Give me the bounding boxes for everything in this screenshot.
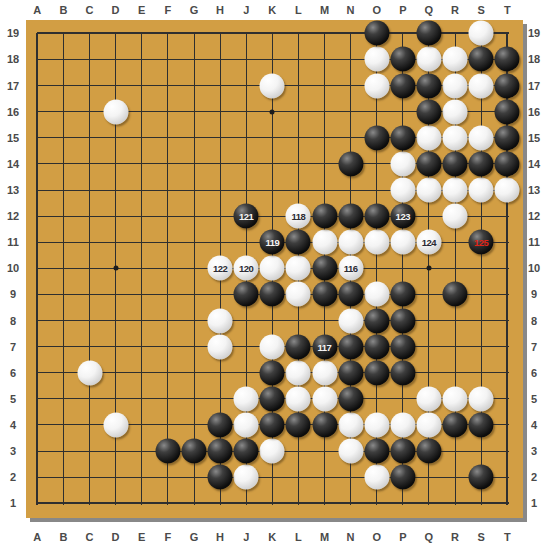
column-label: G xyxy=(190,532,199,543)
grid-line-vertical xyxy=(63,33,64,505)
column-label: B xyxy=(59,532,67,543)
row-label: 5 xyxy=(531,393,537,404)
grid-line-horizontal xyxy=(37,502,509,504)
white-stone-O2[interactable] xyxy=(364,465,389,490)
white-stone-S19[interactable] xyxy=(469,21,494,46)
black-stone-M7[interactable]: 117 xyxy=(312,334,337,359)
white-stone-J5[interactable] xyxy=(234,386,259,411)
column-label: Q xyxy=(425,532,434,543)
move-number: 120 xyxy=(239,263,253,274)
row-label: 3 xyxy=(531,446,537,457)
white-stone-K3[interactable] xyxy=(260,439,285,464)
column-label: K xyxy=(268,5,276,16)
move-number: 123 xyxy=(396,211,410,222)
white-stone-D4[interactable] xyxy=(103,412,128,437)
white-stone-Q4[interactable] xyxy=(416,412,441,437)
black-stone-T16[interactable] xyxy=(495,99,520,124)
row-label: 13 xyxy=(7,185,19,196)
column-label: M xyxy=(320,5,329,16)
black-stone-M10[interactable] xyxy=(312,256,337,281)
grid-line-vertical xyxy=(36,33,38,505)
column-label: E xyxy=(138,5,145,16)
row-label: 4 xyxy=(531,419,537,430)
white-stone-D16[interactable] xyxy=(103,99,128,124)
black-stone-Q3[interactable] xyxy=(416,439,441,464)
move-number: 122 xyxy=(213,263,227,274)
black-stone-H2[interactable] xyxy=(208,465,233,490)
column-label: J xyxy=(243,532,249,543)
black-stone-M9[interactable] xyxy=(312,282,337,307)
white-stone-M11[interactable] xyxy=(312,230,337,255)
column-label: H xyxy=(216,532,224,543)
column-label: C xyxy=(86,532,94,543)
black-stone-O8[interactable] xyxy=(364,308,389,333)
white-stone-R16[interactable] xyxy=(443,99,468,124)
white-stone-J4[interactable] xyxy=(234,412,259,437)
row-label: 13 xyxy=(528,185,540,196)
grid-line-vertical xyxy=(167,33,168,505)
black-stone-M12[interactable] xyxy=(312,204,337,229)
white-stone-R15[interactable] xyxy=(443,125,468,150)
column-label: R xyxy=(451,532,459,543)
row-label: 17 xyxy=(528,80,540,91)
column-label: L xyxy=(295,532,302,543)
white-stone-R12[interactable] xyxy=(443,204,468,229)
grid-line-horizontal xyxy=(37,216,509,217)
white-stone-Q5[interactable] xyxy=(416,386,441,411)
black-stone-P12[interactable]: 123 xyxy=(390,204,415,229)
black-stone-N6[interactable] xyxy=(338,360,363,385)
black-stone-N14[interactable] xyxy=(338,151,363,176)
black-stone-J3[interactable] xyxy=(234,439,259,464)
row-label: 2 xyxy=(531,472,537,483)
white-stone-M6[interactable] xyxy=(312,360,337,385)
black-stone-L4[interactable] xyxy=(286,412,311,437)
black-stone-K5[interactable] xyxy=(260,386,285,411)
black-stone-H4[interactable] xyxy=(208,412,233,437)
white-stone-R17[interactable] xyxy=(443,73,468,98)
row-label: 6 xyxy=(10,367,16,378)
row-label: 18 xyxy=(7,54,19,65)
row-label: 18 xyxy=(528,54,540,65)
column-label: F xyxy=(165,532,172,543)
white-stone-O17[interactable] xyxy=(364,73,389,98)
column-label: E xyxy=(138,532,145,543)
white-stone-L12[interactable]: 118 xyxy=(286,204,311,229)
column-label: A xyxy=(33,5,41,16)
column-label: P xyxy=(399,532,406,543)
row-label: 8 xyxy=(10,315,16,326)
black-stone-P2[interactable] xyxy=(390,465,415,490)
black-stone-T17[interactable] xyxy=(495,73,520,98)
white-stone-H10[interactable]: 122 xyxy=(208,256,233,281)
black-stone-O7[interactable] xyxy=(364,334,389,359)
white-stone-Q15[interactable] xyxy=(416,125,441,150)
row-label: 12 xyxy=(7,211,19,222)
black-stone-P6[interactable] xyxy=(390,360,415,385)
row-label: 11 xyxy=(7,237,19,248)
column-label: D xyxy=(112,5,120,16)
row-label: 3 xyxy=(10,446,16,457)
column-label: D xyxy=(112,532,120,543)
column-label: S xyxy=(478,532,485,543)
black-stone-J12[interactable]: 121 xyxy=(234,204,259,229)
white-stone-S13[interactable] xyxy=(469,178,494,203)
black-stone-S18[interactable] xyxy=(469,47,494,72)
grid-line-vertical xyxy=(141,33,142,505)
black-stone-S14[interactable] xyxy=(469,151,494,176)
white-stone-R5[interactable] xyxy=(443,386,468,411)
column-label: O xyxy=(372,5,381,16)
black-stone-T15[interactable] xyxy=(495,125,520,150)
white-stone-M5[interactable] xyxy=(312,386,337,411)
black-stone-O6[interactable] xyxy=(364,360,389,385)
black-stone-P8[interactable] xyxy=(390,308,415,333)
row-label: 19 xyxy=(528,28,540,39)
white-stone-K17[interactable] xyxy=(260,73,285,98)
white-stone-L9[interactable] xyxy=(286,282,311,307)
column-label: P xyxy=(399,5,406,16)
column-label: F xyxy=(165,5,172,16)
white-stone-P14[interactable] xyxy=(390,151,415,176)
column-label: H xyxy=(216,5,224,16)
column-label: J xyxy=(243,5,249,16)
row-label: 8 xyxy=(531,315,537,326)
row-label: 15 xyxy=(528,132,540,143)
black-stone-N5[interactable] xyxy=(338,386,363,411)
white-stone-Q13[interactable] xyxy=(416,178,441,203)
black-stone-T18[interactable] xyxy=(495,47,520,72)
move-number: 125 xyxy=(474,237,488,248)
black-stone-N9[interactable] xyxy=(338,282,363,307)
row-label: 7 xyxy=(10,341,16,352)
column-label: T xyxy=(504,532,511,543)
white-stone-N8[interactable] xyxy=(338,308,363,333)
column-label: M xyxy=(320,532,329,543)
grid-line-vertical xyxy=(89,33,90,505)
white-stone-Q18[interactable] xyxy=(416,47,441,72)
star-point xyxy=(426,266,431,271)
black-stone-M4[interactable] xyxy=(312,412,337,437)
black-stone-L7[interactable] xyxy=(286,334,311,359)
black-stone-P17[interactable] xyxy=(390,73,415,98)
white-stone-O4[interactable] xyxy=(364,412,389,437)
row-label: 19 xyxy=(7,28,19,39)
black-stone-P18[interactable] xyxy=(390,47,415,72)
row-label: 9 xyxy=(10,289,16,300)
white-stone-N11[interactable] xyxy=(338,230,363,255)
row-label: 6 xyxy=(531,367,537,378)
black-stone-P9[interactable] xyxy=(390,282,415,307)
white-stone-O9[interactable] xyxy=(364,282,389,307)
black-stone-P3[interactable] xyxy=(390,439,415,464)
black-stone-G3[interactable] xyxy=(182,439,207,464)
white-stone-L5[interactable] xyxy=(286,386,311,411)
column-label: C xyxy=(86,5,94,16)
column-label: O xyxy=(372,532,381,543)
white-stone-K10[interactable] xyxy=(260,256,285,281)
column-label: G xyxy=(190,5,199,16)
black-stone-O15[interactable] xyxy=(364,125,389,150)
row-label: 10 xyxy=(7,263,19,274)
column-label: Q xyxy=(425,5,434,16)
goban[interactable]: 118124122120116121123119125117 xyxy=(26,20,523,518)
black-stone-R14[interactable] xyxy=(443,151,468,176)
white-stone-O18[interactable] xyxy=(364,47,389,72)
row-label: 4 xyxy=(10,419,16,430)
column-label: A xyxy=(33,532,41,543)
black-stone-T14[interactable] xyxy=(495,151,520,176)
black-stone-P15[interactable] xyxy=(390,125,415,150)
black-stone-R9[interactable] xyxy=(443,282,468,307)
black-stone-Q17[interactable] xyxy=(416,73,441,98)
row-label: 9 xyxy=(531,289,537,300)
white-stone-T13[interactable] xyxy=(495,178,520,203)
row-label: 15 xyxy=(7,132,19,143)
column-label: K xyxy=(268,532,276,543)
white-stone-K7[interactable] xyxy=(260,334,285,359)
black-stone-K11[interactable]: 119 xyxy=(260,230,285,255)
row-label: 17 xyxy=(7,80,19,91)
white-stone-P11[interactable] xyxy=(390,230,415,255)
row-label: 5 xyxy=(10,393,16,404)
white-stone-P4[interactable] xyxy=(390,412,415,437)
move-number: 118 xyxy=(291,211,305,222)
white-stone-N3[interactable] xyxy=(338,439,363,464)
row-label: 1 xyxy=(10,498,16,509)
black-stone-S4[interactable] xyxy=(469,412,494,437)
white-stone-N10[interactable]: 116 xyxy=(338,256,363,281)
black-stone-F3[interactable] xyxy=(155,439,180,464)
white-stone-N4[interactable] xyxy=(338,412,363,437)
black-stone-R4[interactable] xyxy=(443,412,468,437)
black-stone-Q16[interactable] xyxy=(416,99,441,124)
row-label: 1 xyxy=(531,498,537,509)
column-label: N xyxy=(347,532,355,543)
column-label: S xyxy=(478,5,485,16)
white-stone-H8[interactable] xyxy=(208,308,233,333)
row-label: 14 xyxy=(528,158,540,169)
column-label: T xyxy=(504,5,511,16)
black-stone-L11[interactable] xyxy=(286,230,311,255)
black-stone-O12[interactable] xyxy=(364,204,389,229)
black-stone-N12[interactable] xyxy=(338,204,363,229)
black-stone-H3[interactable] xyxy=(208,439,233,464)
white-stone-R18[interactable] xyxy=(443,47,468,72)
white-stone-J10[interactable]: 120 xyxy=(234,256,259,281)
black-stone-N7[interactable] xyxy=(338,334,363,359)
column-label: B xyxy=(59,5,67,16)
black-stone-K9[interactable] xyxy=(260,282,285,307)
grid-line-vertical xyxy=(194,33,195,505)
row-label: 11 xyxy=(528,237,540,248)
black-stone-O3[interactable] xyxy=(364,439,389,464)
black-stone-S2[interactable] xyxy=(469,465,494,490)
star-point xyxy=(270,109,275,114)
white-stone-P13[interactable] xyxy=(390,178,415,203)
white-stone-H7[interactable] xyxy=(208,334,233,359)
white-stone-S5[interactable] xyxy=(469,386,494,411)
row-label: 2 xyxy=(10,472,16,483)
white-stone-Q11[interactable]: 124 xyxy=(416,230,441,255)
grid-line-horizontal xyxy=(37,320,509,321)
white-stone-L6[interactable] xyxy=(286,360,311,385)
move-number: 121 xyxy=(239,211,253,222)
white-stone-L10[interactable] xyxy=(286,256,311,281)
star-point xyxy=(113,266,118,271)
move-number: 124 xyxy=(422,237,436,248)
move-number: 116 xyxy=(344,263,358,274)
black-stone-S11[interactable]: 125 xyxy=(469,230,494,255)
black-stone-K6[interactable] xyxy=(260,360,285,385)
go-game-screenshot: 118124122120116121123119125117 ABCDEFGHJ… xyxy=(0,0,550,547)
black-stone-Q14[interactable] xyxy=(416,151,441,176)
white-stone-C6[interactable] xyxy=(77,360,102,385)
move-number: 117 xyxy=(318,341,332,352)
row-label: 7 xyxy=(531,341,537,352)
black-stone-J9[interactable] xyxy=(234,282,259,307)
black-stone-P7[interactable] xyxy=(390,334,415,359)
move-number: 119 xyxy=(265,237,279,248)
row-label: 10 xyxy=(528,263,540,274)
column-label: L xyxy=(295,5,302,16)
white-stone-J2[interactable] xyxy=(234,465,259,490)
row-label: 16 xyxy=(528,106,540,117)
black-stone-Q19[interactable] xyxy=(416,21,441,46)
white-stone-O11[interactable] xyxy=(364,230,389,255)
white-stone-S17[interactable] xyxy=(469,73,494,98)
grid-line-horizontal xyxy=(37,477,509,478)
column-label: N xyxy=(347,5,355,16)
white-stone-R13[interactable] xyxy=(443,178,468,203)
row-label: 12 xyxy=(528,211,540,222)
black-stone-K4[interactable] xyxy=(260,412,285,437)
row-label: 16 xyxy=(7,106,19,117)
white-stone-S15[interactable] xyxy=(469,125,494,150)
black-stone-O19[interactable] xyxy=(364,21,389,46)
column-label: R xyxy=(451,5,459,16)
row-label: 14 xyxy=(7,158,19,169)
